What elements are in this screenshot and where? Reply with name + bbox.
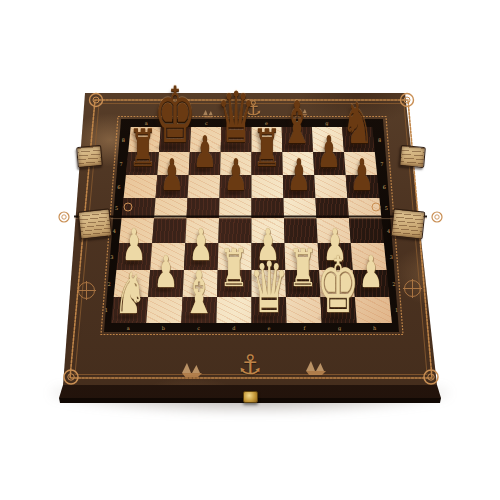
brass-latch[interactable] [243, 391, 258, 403]
ship-hull [306, 371, 326, 375]
parchment-scroll-left-upper [76, 145, 103, 168]
ship-icon-bottom-left [182, 362, 204, 377]
ship-wheel-icon-right [404, 280, 421, 297]
ship-sail [297, 108, 302, 114]
ship-sail [182, 363, 191, 373]
anchor-icon-bottom: ⚓ [238, 351, 262, 378]
ship-icon-top-left [203, 109, 215, 117]
parchment-scroll-right-upper [399, 145, 426, 168]
ship-sail [192, 365, 200, 373]
ship-sail [302, 109, 306, 113]
chess-box-photo: ⚓ ⚓ aabbccddeeffgghh1122334455667788 ♚♛♝… [0, 0, 500, 500]
parchment-scroll-right-lower [391, 208, 426, 239]
anchor-icon-top: ⚓ [244, 98, 262, 118]
ship-wheel-icon-left [78, 282, 95, 299]
ship-sail [208, 111, 212, 115]
ship-hull [297, 113, 308, 115]
ship-icon-bottom-right [306, 360, 328, 375]
parchment-scroll-left-lower [78, 208, 113, 239]
ship-icon-top-right [297, 107, 309, 115]
ship-hull [182, 373, 202, 377]
ship-sail [316, 363, 324, 371]
ship-sail [203, 110, 208, 116]
ship-hull [203, 115, 214, 117]
ship-sail [306, 361, 315, 371]
